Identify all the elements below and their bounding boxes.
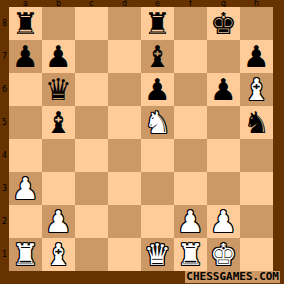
file-label-b: b (42, 0, 75, 7)
square-b2[interactable]: ♟ (42, 205, 75, 238)
square-f8[interactable] (174, 7, 207, 40)
square-d2[interactable] (108, 205, 141, 238)
white-bishop-b1: ♝ (42, 238, 75, 271)
rank-label-2: 2 (0, 205, 9, 238)
black-pawn-a7: ♟ (9, 40, 42, 73)
black-bishop-b5: ♝ (42, 106, 75, 139)
file-label-d: d (108, 0, 141, 7)
square-h3[interactable] (240, 172, 273, 205)
square-b3[interactable] (42, 172, 75, 205)
square-a7[interactable]: ♟ (9, 40, 42, 73)
square-f1[interactable]: ♜ (174, 238, 207, 271)
rank-label-6: 6 (0, 73, 9, 106)
file-label-f: f (174, 0, 207, 7)
square-d7[interactable] (108, 40, 141, 73)
rank-label-7: 7 (0, 40, 9, 73)
square-f2[interactable]: ♟ (174, 205, 207, 238)
square-e7[interactable]: ♝ (141, 40, 174, 73)
square-f3[interactable] (174, 172, 207, 205)
square-h7[interactable]: ♟ (240, 40, 273, 73)
square-e8[interactable]: ♜ (141, 7, 174, 40)
square-g4[interactable] (207, 139, 240, 172)
square-b7[interactable]: ♟ (42, 40, 75, 73)
square-h6[interactable]: ♝ (240, 73, 273, 106)
file-label-g: g (207, 0, 240, 7)
square-e2[interactable] (141, 205, 174, 238)
black-knight-h5: ♞ (240, 106, 273, 139)
square-f6[interactable] (174, 73, 207, 106)
square-f4[interactable] (174, 139, 207, 172)
square-c6[interactable] (75, 73, 108, 106)
file-label-c: c (75, 0, 108, 7)
square-b5[interactable]: ♝ (42, 106, 75, 139)
square-a5[interactable] (9, 106, 42, 139)
black-pawn-b7: ♟ (42, 40, 75, 73)
black-rook-e8: ♜ (141, 7, 174, 40)
square-b8[interactable] (42, 7, 75, 40)
white-knight-e5: ♞ (141, 106, 174, 139)
black-bishop-e7: ♝ (141, 40, 174, 73)
rank-labels-column: 87654321 (0, 7, 9, 271)
square-h5[interactable]: ♞ (240, 106, 273, 139)
square-c5[interactable] (75, 106, 108, 139)
square-e5[interactable]: ♞ (141, 106, 174, 139)
square-h4[interactable] (240, 139, 273, 172)
black-pawn-g6: ♟ (207, 73, 240, 106)
square-g6[interactable]: ♟ (207, 73, 240, 106)
square-c4[interactable] (75, 139, 108, 172)
square-g2[interactable]: ♟ (207, 205, 240, 238)
square-c7[interactable] (75, 40, 108, 73)
black-king-g8: ♚ (207, 7, 240, 40)
square-g8[interactable]: ♚ (207, 7, 240, 40)
white-rook-a1: ♜ (9, 238, 42, 271)
file-labels-row: abcdefgh (9, 0, 273, 7)
square-e6[interactable]: ♟ (141, 73, 174, 106)
square-d1[interactable] (108, 238, 141, 271)
square-c2[interactable] (75, 205, 108, 238)
square-c1[interactable] (75, 238, 108, 271)
black-pawn-e6: ♟ (141, 73, 174, 106)
chess-diagram: abcdefgh 87654321 ♜♜♚♟♟♝♟♛♟♟♝♝♞♞♟♟♟♟♜♝♛♜… (0, 0, 284, 284)
square-g1[interactable]: ♚ (207, 238, 240, 271)
square-c8[interactable] (75, 7, 108, 40)
square-c3[interactable] (75, 172, 108, 205)
black-pawn-h7: ♟ (240, 40, 273, 73)
chess-board: ♜♜♚♟♟♝♟♛♟♟♝♝♞♞♟♟♟♟♜♝♛♜♚ (9, 7, 273, 271)
white-queen-e1: ♛ (141, 238, 174, 271)
square-d4[interactable] (108, 139, 141, 172)
square-a2[interactable] (9, 205, 42, 238)
rank-label-1: 1 (0, 238, 9, 271)
white-bishop-h6: ♝ (240, 73, 273, 106)
square-a4[interactable] (9, 139, 42, 172)
white-pawn-g2: ♟ (207, 205, 240, 238)
square-d5[interactable] (108, 106, 141, 139)
black-queen-b6: ♛ (42, 73, 75, 106)
square-g7[interactable] (207, 40, 240, 73)
white-pawn-a3: ♟ (9, 172, 42, 205)
square-e1[interactable]: ♛ (141, 238, 174, 271)
white-rook-f1: ♜ (174, 238, 207, 271)
square-h8[interactable] (240, 7, 273, 40)
white-king-g1: ♚ (207, 238, 240, 271)
square-e3[interactable] (141, 172, 174, 205)
rank-label-4: 4 (0, 139, 9, 172)
square-f7[interactable] (174, 40, 207, 73)
square-d3[interactable] (108, 172, 141, 205)
square-e4[interactable] (141, 139, 174, 172)
square-g5[interactable] (207, 106, 240, 139)
file-label-a: a (9, 0, 42, 7)
square-a8[interactable]: ♜ (9, 7, 42, 40)
black-rook-a8: ♜ (9, 7, 42, 40)
rank-label-5: 5 (0, 106, 9, 139)
square-f5[interactable] (174, 106, 207, 139)
square-d8[interactable] (108, 7, 141, 40)
square-a1[interactable]: ♜ (9, 238, 42, 271)
site-watermark: CHESSGAMES.COM (185, 271, 280, 283)
square-h2[interactable] (240, 205, 273, 238)
rank-label-3: 3 (0, 172, 9, 205)
square-h1[interactable] (240, 238, 273, 271)
square-a3[interactable]: ♟ (9, 172, 42, 205)
file-label-e: e (141, 0, 174, 7)
square-d6[interactable] (108, 73, 141, 106)
file-label-h: h (240, 0, 273, 7)
rank-label-8: 8 (0, 7, 9, 40)
square-a6[interactable] (9, 73, 42, 106)
square-b4[interactable] (42, 139, 75, 172)
white-pawn-b2: ♟ (42, 205, 75, 238)
square-g3[interactable] (207, 172, 240, 205)
white-pawn-f2: ♟ (174, 205, 207, 238)
square-b6[interactable]: ♛ (42, 73, 75, 106)
square-b1[interactable]: ♝ (42, 238, 75, 271)
